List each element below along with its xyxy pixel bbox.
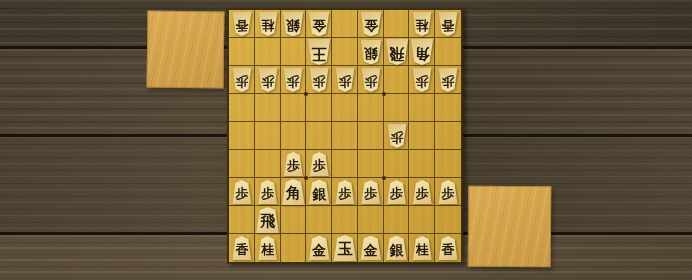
board-cell[interactable]: 銀 — [358, 38, 384, 66]
piece-kanji: 歩 — [335, 68, 355, 92]
board-cell[interactable] — [358, 150, 384, 178]
piece-stand-left[interactable] — [146, 10, 224, 88]
sente-pawn-piece[interactable]: 歩 — [361, 180, 381, 204]
piece-kanji: 歩 — [412, 180, 432, 204]
gote-rook-piece[interactable]: 飛 — [385, 39, 409, 65]
board-cell[interactable]: 歩 — [409, 66, 435, 94]
sente-lance-piece[interactable]: 香 — [438, 236, 458, 260]
sente-gold-piece[interactable]: 金 — [360, 236, 382, 261]
piece-kanji: 金 — [308, 12, 330, 37]
board-cell[interactable]: 歩 — [435, 66, 461, 94]
board-cell[interactable]: 歩 — [281, 150, 307, 178]
board-cell[interactable] — [332, 10, 358, 38]
sente-pawn-piece[interactable]: 歩 — [232, 180, 252, 204]
piece-kanji: 桂 — [258, 12, 278, 36]
star-point — [304, 176, 308, 180]
gote-lance-piece[interactable]: 香 — [232, 12, 252, 36]
board-cell[interactable]: 角 — [281, 178, 307, 206]
sente-pawn-piece[interactable]: 歩 — [309, 152, 329, 176]
piece-kanji: 歩 — [412, 68, 432, 92]
piece-kanji: 歩 — [361, 180, 381, 204]
board-cell[interactable] — [409, 150, 435, 178]
piece-kanji: 歩 — [258, 68, 278, 92]
gote-pawn-piece[interactable]: 歩 — [309, 68, 329, 92]
board-cell[interactable]: 金 — [306, 234, 332, 262]
piece-kanji: 角 — [410, 39, 434, 65]
board-cell[interactable] — [384, 10, 410, 38]
piece-kanji: 銀 — [386, 236, 408, 261]
piece-stand-right[interactable] — [468, 186, 552, 268]
board-cell[interactable]: 歩 — [435, 178, 461, 206]
piece-kanji: 香 — [232, 236, 252, 260]
sente-lance-piece[interactable]: 香 — [232, 236, 252, 260]
board-cell[interactable] — [358, 94, 384, 122]
board-cell[interactable] — [435, 38, 461, 66]
gote-pawn-piece[interactable]: 歩 — [232, 68, 252, 92]
gote-silver-piece[interactable]: 銀 — [360, 40, 382, 65]
board-cell[interactable]: 角 — [409, 38, 435, 66]
board-cell[interactable]: 金 — [306, 10, 332, 38]
board-grid: 香桂銀金金桂香王銀飛角歩歩歩歩歩歩歩歩歩歩歩歩歩角銀歩歩歩歩歩飛香桂金玉金銀桂香 — [229, 10, 461, 262]
piece-kanji: 玉 — [333, 235, 357, 261]
star-point — [304, 92, 308, 96]
sente-rook-piece[interactable]: 飛 — [256, 207, 280, 233]
piece-kanji: 香 — [438, 236, 458, 260]
board-cell[interactable] — [255, 122, 281, 150]
board-cell[interactable]: 歩 — [306, 66, 332, 94]
piece-kanji: 銀 — [360, 40, 382, 65]
board-cell[interactable] — [409, 94, 435, 122]
board-cell[interactable] — [409, 206, 435, 234]
piece-kanji: 飛 — [385, 39, 409, 65]
board-cell[interactable] — [332, 94, 358, 122]
sente-pawn-piece[interactable]: 歩 — [335, 180, 355, 204]
board-cell[interactable] — [281, 122, 307, 150]
board-cell[interactable]: 玉 — [332, 234, 358, 262]
board-cell[interactable]: 歩 — [384, 178, 410, 206]
piece-kanji: 桂 — [412, 236, 432, 260]
sente-silver-piece[interactable]: 銀 — [308, 180, 330, 205]
board-cell[interactable] — [332, 206, 358, 234]
board-cell[interactable] — [255, 150, 281, 178]
board-cell[interactable]: 歩 — [358, 66, 384, 94]
sente-king-piece[interactable]: 玉 — [333, 235, 357, 261]
piece-kanji: 王 — [307, 39, 331, 65]
piece-kanji: 歩 — [387, 124, 407, 148]
gote-gold-piece[interactable]: 金 — [360, 12, 382, 37]
board-cell[interactable]: 歩 — [281, 66, 307, 94]
board-cell[interactable]: 金 — [358, 234, 384, 262]
piece-kanji: 香 — [232, 12, 252, 36]
board-cell[interactable] — [229, 150, 255, 178]
piece-kanji: 飛 — [256, 207, 280, 233]
board-cell[interactable] — [281, 234, 307, 262]
sente-gold-piece[interactable]: 金 — [308, 236, 330, 261]
piece-kanji: 香 — [438, 12, 458, 36]
piece-kanji: 歩 — [335, 180, 355, 204]
board-cell[interactable] — [332, 38, 358, 66]
board-cell[interactable]: 歩 — [332, 66, 358, 94]
board-cell[interactable]: 歩 — [306, 150, 332, 178]
piece-kanji: 金 — [360, 236, 382, 261]
gote-pawn-piece[interactable]: 歩 — [387, 124, 407, 148]
sente-pawn-piece[interactable]: 歩 — [412, 180, 432, 204]
board-cell[interactable] — [384, 150, 410, 178]
shogi-table-scene: 香桂銀金金桂香王銀飛角歩歩歩歩歩歩歩歩歩歩歩歩歩角銀歩歩歩歩歩飛香桂金玉金銀桂香 — [0, 0, 692, 280]
board-cell[interactable]: 金 — [358, 10, 384, 38]
board-cell[interactable]: 香 — [229, 10, 255, 38]
piece-kanji: 桂 — [412, 12, 432, 36]
board-cell[interactable]: 香 — [435, 234, 461, 262]
star-point — [382, 92, 386, 96]
board-cell[interactable] — [332, 150, 358, 178]
board-cell[interactable]: 桂 — [409, 10, 435, 38]
sente-silver-piece[interactable]: 銀 — [386, 236, 408, 261]
board-cell[interactable] — [255, 38, 281, 66]
sente-pawn-piece[interactable]: 歩 — [387, 180, 407, 204]
board-cell[interactable] — [384, 206, 410, 234]
gote-pawn-piece[interactable]: 歩 — [361, 68, 381, 92]
gote-pawn-piece[interactable]: 歩 — [335, 68, 355, 92]
sente-knight-piece[interactable]: 桂 — [258, 236, 278, 260]
sente-pawn-piece[interactable]: 歩 — [283, 152, 303, 176]
board-cell[interactable] — [306, 122, 332, 150]
piece-kanji: 歩 — [361, 68, 381, 92]
board-cell[interactable] — [306, 94, 332, 122]
shogi-board[interactable]: 香桂銀金金桂香王銀飛角歩歩歩歩歩歩歩歩歩歩歩歩歩角銀歩歩歩歩歩飛香桂金玉金銀桂香 — [227, 8, 463, 264]
sente-pawn-piece[interactable]: 歩 — [258, 180, 278, 204]
board-cell[interactable] — [409, 122, 435, 150]
piece-kanji: 歩 — [309, 68, 329, 92]
board-cell[interactable]: 銀 — [281, 10, 307, 38]
board-cell[interactable] — [358, 122, 384, 150]
board-cell[interactable] — [435, 94, 461, 122]
board-cell[interactable]: 桂 — [409, 234, 435, 262]
board-cell[interactable] — [229, 38, 255, 66]
board-cell[interactable] — [384, 66, 410, 94]
board-cell[interactable]: 歩 — [255, 66, 281, 94]
board-cell[interactable] — [435, 206, 461, 234]
board-cell[interactable]: 歩 — [358, 178, 384, 206]
gote-pawn-piece[interactable]: 歩 — [258, 68, 278, 92]
gote-bishop-piece[interactable]: 角 — [410, 39, 434, 65]
board-cell[interactable] — [306, 206, 332, 234]
board-cell[interactable]: 飛 — [384, 38, 410, 66]
board-cell[interactable]: 歩 — [332, 178, 358, 206]
board-cell[interactable] — [435, 150, 461, 178]
gote-pawn-piece[interactable]: 歩 — [438, 68, 458, 92]
board-cell[interactable] — [229, 94, 255, 122]
piece-kanji: 歩 — [283, 152, 303, 176]
board-cell[interactable] — [281, 206, 307, 234]
star-point — [382, 176, 386, 180]
piece-kanji: 金 — [308, 236, 330, 261]
board-cell[interactable]: 銀 — [384, 234, 410, 262]
piece-kanji: 歩 — [387, 180, 407, 204]
gote-silver-piece[interactable]: 銀 — [282, 12, 304, 37]
board-cell[interactable]: 香 — [229, 234, 255, 262]
board-cell[interactable] — [229, 206, 255, 234]
board-cell[interactable]: 桂 — [255, 10, 281, 38]
piece-kanji: 歩 — [283, 68, 303, 92]
board-cell[interactable]: 銀 — [306, 178, 332, 206]
board-cell[interactable]: 香 — [435, 10, 461, 38]
piece-kanji: 歩 — [438, 68, 458, 92]
piece-kanji: 桂 — [258, 236, 278, 260]
piece-kanji: 金 — [360, 12, 382, 37]
board-cell[interactable] — [358, 206, 384, 234]
gote-pawn-piece[interactable]: 歩 — [412, 68, 432, 92]
board-cell[interactable] — [384, 94, 410, 122]
board-cell[interactable] — [332, 122, 358, 150]
gote-knight-piece[interactable]: 桂 — [258, 12, 278, 36]
piece-kanji: 銀 — [282, 12, 304, 37]
piece-kanji: 歩 — [258, 180, 278, 204]
board-cell[interactable]: 王 — [306, 38, 332, 66]
gote-knight-piece[interactable]: 桂 — [412, 12, 432, 36]
board-cell[interactable]: 桂 — [255, 234, 281, 262]
sente-pawn-piece[interactable]: 歩 — [438, 180, 458, 204]
board-cell[interactable] — [229, 122, 255, 150]
piece-kanji: 歩 — [232, 68, 252, 92]
board-cell[interactable]: 飛 — [255, 206, 281, 234]
piece-kanji: 銀 — [308, 180, 330, 205]
board-cell[interactable]: 歩 — [229, 178, 255, 206]
board-cell[interactable]: 歩 — [384, 122, 410, 150]
piece-kanji: 歩 — [232, 180, 252, 204]
gote-gold-piece[interactable]: 金 — [308, 12, 330, 37]
board-cell[interactable]: 歩 — [409, 178, 435, 206]
board-cell[interactable] — [255, 94, 281, 122]
board-cell[interactable]: 歩 — [229, 66, 255, 94]
board-cell[interactable] — [281, 38, 307, 66]
board-cell[interactable]: 歩 — [255, 178, 281, 206]
gote-pawn-piece[interactable]: 歩 — [283, 68, 303, 92]
piece-kanji: 歩 — [438, 180, 458, 204]
gote-king-piece[interactable]: 王 — [307, 39, 331, 65]
piece-kanji: 歩 — [309, 152, 329, 176]
piece-kanji: 角 — [281, 179, 305, 205]
sente-knight-piece[interactable]: 桂 — [412, 236, 432, 260]
gote-lance-piece[interactable]: 香 — [438, 12, 458, 36]
board-cell[interactable] — [281, 94, 307, 122]
sente-bishop-piece[interactable]: 角 — [281, 179, 305, 205]
board-cell[interactable] — [435, 122, 461, 150]
